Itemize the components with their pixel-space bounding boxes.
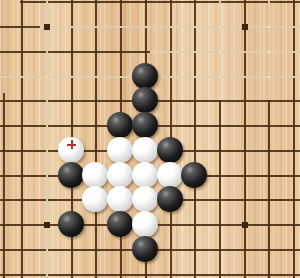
stone-white (132, 186, 158, 212)
grid-row-3-light (40, 26, 300, 28)
stone-black (132, 63, 158, 89)
star-point (44, 222, 50, 228)
star-point (242, 222, 248, 228)
stone-black (157, 137, 183, 163)
grid-col-12-light (268, 0, 270, 100)
stone-black (107, 112, 133, 138)
stone-white (82, 186, 108, 212)
stone-white (107, 186, 133, 212)
stone-white (132, 137, 158, 163)
last-move-marker-v (71, 140, 73, 149)
stone-white (82, 162, 108, 188)
stone-black (181, 162, 207, 188)
grid-col-11 (244, 0, 246, 278)
grid-col-13 (293, 0, 295, 278)
grid-col-2 (21, 0, 23, 278)
grid-col-3-light (46, 0, 48, 278)
stone-black (58, 211, 84, 237)
grid-row-4-light (150, 51, 300, 53)
gomoku-board[interactable] (0, 0, 300, 278)
grid-col-5 (95, 0, 97, 278)
stone-white (157, 162, 183, 188)
stone-black (132, 112, 158, 138)
stone-black (132, 236, 158, 262)
star-point (44, 24, 50, 30)
stone-white (132, 162, 158, 188)
grid-row-13 (0, 274, 300, 276)
stone-black (157, 186, 183, 212)
stone-white (132, 211, 158, 237)
stone-black (132, 87, 158, 113)
stone-black (107, 211, 133, 237)
grid-row-2 (20, 1, 300, 3)
board-left-edge-line (3, 93, 5, 278)
stone-black (58, 162, 84, 188)
stone-white (107, 162, 133, 188)
grid-col-9 (194, 0, 196, 278)
stone-white (107, 137, 133, 163)
star-point (242, 24, 248, 30)
grid-col-10-light (219, 0, 221, 100)
